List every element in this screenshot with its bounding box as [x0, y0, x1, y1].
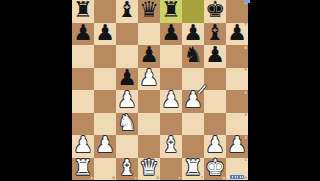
square-h2[interactable]: ♟2: [226, 135, 248, 158]
square-g5[interactable]: [204, 68, 226, 91]
square-f3[interactable]: [182, 113, 204, 136]
square-d4[interactable]: [138, 90, 160, 113]
chess-board[interactable]: ♜♝♛♜♚8♟♟♟♟♝♟7♟♞♟6♟♟5♟♟♟4♞3♟♟♝♟♟2♜ab♝c♛de…: [72, 0, 248, 180]
video-frame: ♜♝♛♜♚8♟♟♟♟♝♟7♟♞♟6♟♟5♟♟♟4♞3♟♟♝♟♟2♜ab♝c♛de…: [0, 0, 320, 180]
square-a5[interactable]: [72, 68, 94, 91]
coord-file-label: c: [135, 176, 137, 180]
piece-black-bishop[interactable]: ♝: [205, 22, 225, 45]
piece-black-knight[interactable]: ♞: [183, 44, 203, 67]
square-h4[interactable]: 4: [226, 90, 248, 113]
coord-rank-label: 3: [244, 113, 247, 117]
piece-black-pawn[interactable]: ♟: [161, 22, 181, 45]
piece-black-pawn[interactable]: ♟: [117, 67, 137, 90]
square-c8[interactable]: ♝: [116, 0, 138, 23]
piece-white-pawn[interactable]: ♟: [117, 89, 137, 112]
square-h7[interactable]: ♟7: [226, 23, 248, 46]
piece-black-pawn[interactable]: ♟: [205, 44, 225, 67]
coord-file-label: g: [222, 176, 225, 180]
square-b4[interactable]: [94, 90, 116, 113]
square-f1[interactable]: ♜f: [182, 158, 204, 181]
square-e6[interactable]: [160, 45, 182, 68]
letterbox-right-bar: [248, 0, 320, 180]
watermark-text-blur: [232, 176, 243, 178]
coord-file-label: b: [112, 176, 115, 180]
square-e4[interactable]: ♟: [160, 90, 182, 113]
piece-black-pawn[interactable]: ♟: [139, 44, 159, 67]
square-c1[interactable]: ♝c: [116, 158, 138, 181]
coord-file-label: h: [244, 176, 247, 180]
piece-black-queen[interactable]: ♛: [139, 0, 159, 22]
square-d1[interactable]: ♛d: [138, 158, 160, 181]
piece-white-pawn[interactable]: ♟: [95, 134, 115, 157]
watermark-badge: [230, 175, 244, 180]
square-b7[interactable]: ♟: [94, 23, 116, 46]
square-f6[interactable]: ♞: [182, 45, 204, 68]
coord-rank-label: 5: [244, 68, 247, 72]
piece-black-king[interactable]: ♚: [205, 0, 225, 22]
piece-black-bishop[interactable]: ♝: [117, 0, 137, 22]
square-a6[interactable]: [72, 45, 94, 68]
square-g1[interactable]: ♚g: [204, 158, 226, 181]
square-e1[interactable]: e: [160, 158, 182, 181]
square-g4[interactable]: [204, 90, 226, 113]
piece-white-knight[interactable]: ♞: [117, 112, 137, 135]
piece-white-pawn[interactable]: ♟: [161, 89, 181, 112]
piece-white-bishop[interactable]: ♝: [161, 134, 181, 157]
square-b2[interactable]: ♟: [94, 135, 116, 158]
square-a1[interactable]: ♜a: [72, 158, 94, 181]
coord-file-label: d: [156, 176, 159, 180]
square-h6[interactable]: 6: [226, 45, 248, 68]
piece-black-pawn[interactable]: ♟: [95, 22, 115, 45]
square-a7[interactable]: ♟: [72, 23, 94, 46]
square-e7[interactable]: ♟: [160, 23, 182, 46]
coord-file-label: a: [90, 176, 93, 180]
piece-white-pawn[interactable]: ♟: [139, 67, 159, 90]
coord-rank-label: 1: [244, 158, 247, 162]
square-g6[interactable]: ♟: [204, 45, 226, 68]
square-c3[interactable]: ♞: [116, 113, 138, 136]
square-e2[interactable]: ♝: [160, 135, 182, 158]
cursor-arrow-icon: [197, 84, 207, 94]
square-d3[interactable]: [138, 113, 160, 136]
piece-black-pawn[interactable]: ♟: [73, 22, 93, 45]
piece-black-rook[interactable]: ♜: [73, 0, 93, 22]
letterbox-left-bar: [0, 0, 72, 180]
square-b6[interactable]: [94, 45, 116, 68]
piece-white-pawn[interactable]: ♟: [73, 134, 93, 157]
square-a4[interactable]: [72, 90, 94, 113]
coord-rank-label: 7: [244, 23, 247, 27]
coord-rank-label: 2: [244, 136, 247, 140]
coord-rank-label: 6: [244, 46, 247, 50]
square-d5[interactable]: ♟: [138, 68, 160, 91]
coord-rank-label: 4: [244, 91, 247, 95]
piece-black-rook[interactable]: ♜: [161, 0, 181, 22]
piece-white-pawn[interactable]: ♟: [205, 134, 225, 157]
piece-black-pawn[interactable]: ♟: [183, 22, 203, 45]
square-c7[interactable]: [116, 23, 138, 46]
coord-file-label: e: [178, 176, 181, 180]
piece-white-rook[interactable]: ♜: [183, 157, 203, 180]
square-b1[interactable]: b: [94, 158, 116, 181]
square-b5[interactable]: [94, 68, 116, 91]
square-d8[interactable]: ♛: [138, 0, 160, 23]
coord-file-label: f: [201, 176, 203, 180]
square-h5[interactable]: 5: [226, 68, 248, 91]
ui-sliver: [244, 0, 250, 3]
